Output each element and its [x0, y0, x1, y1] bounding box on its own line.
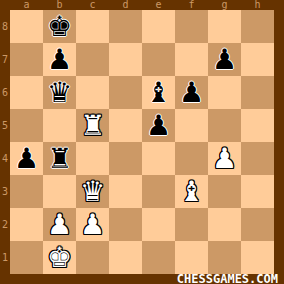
file-label-h: h — [241, 0, 274, 10]
square-c3: ♛ — [76, 175, 109, 208]
square-c1 — [76, 241, 109, 274]
chess-board: ♚♟♟♛♝♟♜♟♟♜♟♛♝♟♟♚ — [10, 10, 274, 274]
rank-label-7: 7 — [0, 43, 10, 76]
square-h3 — [241, 175, 274, 208]
black-pawn-g7: ♟ — [208, 43, 241, 76]
square-g1 — [208, 241, 241, 274]
square-d2 — [109, 208, 142, 241]
square-a6 — [10, 76, 43, 109]
square-b8: ♚ — [43, 10, 76, 43]
file-label-e: e — [142, 0, 175, 10]
square-e6: ♝ — [142, 76, 175, 109]
square-f6: ♟ — [175, 76, 208, 109]
square-d6 — [109, 76, 142, 109]
square-h8 — [241, 10, 274, 43]
black-king-b8: ♚ — [43, 10, 76, 43]
square-f2 — [175, 208, 208, 241]
square-d1 — [109, 241, 142, 274]
square-d5 — [109, 109, 142, 142]
square-f5 — [175, 109, 208, 142]
square-h6 — [241, 76, 274, 109]
square-f7 — [175, 43, 208, 76]
square-a7 — [10, 43, 43, 76]
square-a3 — [10, 175, 43, 208]
rank-label-4: 4 — [0, 142, 10, 175]
square-c7 — [76, 43, 109, 76]
square-g7: ♟ — [208, 43, 241, 76]
file-label-a: a — [10, 0, 43, 10]
rank-label-2: 2 — [0, 208, 10, 241]
square-h4 — [241, 142, 274, 175]
black-rook-b4: ♜ — [43, 142, 76, 175]
square-e7 — [142, 43, 175, 76]
white-queen-c3: ♛ — [76, 175, 109, 208]
square-h2 — [241, 208, 274, 241]
square-c4 — [76, 142, 109, 175]
square-f3: ♝ — [175, 175, 208, 208]
square-f8 — [175, 10, 208, 43]
square-c2: ♟ — [76, 208, 109, 241]
footer-strip: CHESSGAMES.COM — [10, 274, 284, 284]
square-c5: ♜ — [76, 109, 109, 142]
square-h5 — [241, 109, 274, 142]
square-c8 — [76, 10, 109, 43]
square-b3 — [43, 175, 76, 208]
black-bishop-e6: ♝ — [142, 76, 175, 109]
square-b4: ♜ — [43, 142, 76, 175]
square-e8 — [142, 10, 175, 43]
square-e3 — [142, 175, 175, 208]
white-pawn-g4: ♟ — [208, 142, 241, 175]
rank-label-8: 8 — [0, 10, 10, 43]
square-h7 — [241, 43, 274, 76]
square-g5 — [208, 109, 241, 142]
black-pawn-a4: ♟ — [10, 142, 43, 175]
square-c6 — [76, 76, 109, 109]
white-rook-c5: ♜ — [76, 109, 109, 142]
square-e2 — [142, 208, 175, 241]
square-b6: ♛ — [43, 76, 76, 109]
rank-label-1: 1 — [0, 241, 10, 274]
rank-labels: 8 7 6 5 4 3 2 1 — [0, 10, 10, 274]
chess-diagram: a b c d e f g h 8 7 6 5 4 3 2 1 ♚♟♟♛♝♟♜♟… — [0, 0, 284, 284]
file-label-c: c — [76, 0, 109, 10]
square-b5 — [43, 109, 76, 142]
square-a4: ♟ — [10, 142, 43, 175]
square-d4 — [109, 142, 142, 175]
black-pawn-b7: ♟ — [43, 43, 76, 76]
square-e4 — [142, 142, 175, 175]
square-d8 — [109, 10, 142, 43]
square-a8 — [10, 10, 43, 43]
black-queen-b6: ♛ — [43, 76, 76, 109]
square-e1 — [142, 241, 175, 274]
square-e5: ♟ — [142, 109, 175, 142]
white-king-b1: ♚ — [43, 241, 76, 274]
white-pawn-b2: ♟ — [43, 208, 76, 241]
file-label-d: d — [109, 0, 142, 10]
square-g8 — [208, 10, 241, 43]
file-label-g: g — [208, 0, 241, 10]
square-a2 — [10, 208, 43, 241]
white-pawn-c2: ♟ — [76, 208, 109, 241]
file-label-f: f — [175, 0, 208, 10]
white-bishop-f3: ♝ — [175, 175, 208, 208]
rank-label-6: 6 — [0, 76, 10, 109]
square-b1: ♚ — [43, 241, 76, 274]
black-pawn-f6: ♟ — [175, 76, 208, 109]
square-d7 — [109, 43, 142, 76]
black-pawn-e5: ♟ — [142, 109, 175, 142]
rank-label-5: 5 — [0, 109, 10, 142]
file-label-b: b — [43, 0, 76, 10]
site-watermark: CHESSGAMES.COM — [177, 272, 278, 284]
square-g4: ♟ — [208, 142, 241, 175]
square-a5 — [10, 109, 43, 142]
square-b2: ♟ — [43, 208, 76, 241]
rank-label-3: 3 — [0, 175, 10, 208]
square-f4 — [175, 142, 208, 175]
square-b7: ♟ — [43, 43, 76, 76]
square-g6 — [208, 76, 241, 109]
file-labels: a b c d e f g h — [10, 0, 274, 10]
square-h1 — [241, 241, 274, 274]
square-g2 — [208, 208, 241, 241]
square-f1 — [175, 241, 208, 274]
square-g3 — [208, 175, 241, 208]
square-a1 — [10, 241, 43, 274]
square-d3 — [109, 175, 142, 208]
